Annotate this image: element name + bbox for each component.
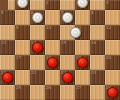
- square-number: 15: [61, 40, 66, 45]
- board-square[interactable]: [75, 40, 90, 55]
- square-number: 5: [1, 10, 4, 15]
- board-square[interactable]: 16: [90, 40, 105, 55]
- square-number: 8: [91, 10, 94, 15]
- board-square[interactable]: [0, 85, 15, 100]
- square-number: 24: [91, 70, 96, 75]
- board-square[interactable]: [75, 70, 90, 85]
- red-piece[interactable]: [77, 57, 88, 68]
- white-piece[interactable]: [32, 12, 43, 23]
- red-piece[interactable]: [47, 57, 58, 68]
- cropped-square-fragment: [0, 0, 8, 10]
- board-square[interactable]: [45, 10, 60, 25]
- board-square[interactable]: [15, 70, 30, 85]
- board-square[interactable]: [90, 0, 105, 10]
- board-square[interactable]: [45, 40, 60, 55]
- board-square[interactable]: 8: [90, 10, 105, 25]
- board-square[interactable]: 10: [45, 25, 60, 40]
- board-square[interactable]: 27: [75, 85, 90, 100]
- board-square[interactable]: [30, 85, 45, 100]
- checkers-game-view: 1234567891011121314151617181920212223242…: [0, 0, 120, 100]
- white-piece[interactable]: [70, 27, 81, 38]
- board-square[interactable]: [105, 10, 120, 25]
- board-square[interactable]: [0, 25, 15, 40]
- board-square[interactable]: [105, 40, 120, 55]
- board-square[interactable]: [15, 10, 30, 25]
- square-number: 4: [106, 0, 109, 5]
- square-number: 22: [31, 70, 36, 75]
- square-number: 12: [106, 25, 111, 30]
- square-number: 20: [106, 55, 111, 60]
- board-square[interactable]: [90, 55, 105, 70]
- square-number: 26: [46, 85, 51, 90]
- board-square[interactable]: [75, 10, 90, 25]
- board-square[interactable]: [105, 70, 120, 85]
- board-square[interactable]: [60, 85, 75, 100]
- board-square[interactable]: 13: [0, 40, 15, 55]
- board-square[interactable]: 20: [105, 55, 120, 70]
- board-square[interactable]: [0, 55, 15, 70]
- board-square[interactable]: 26: [45, 85, 60, 100]
- red-piece[interactable]: [107, 87, 118, 98]
- board-square[interactable]: [30, 0, 45, 10]
- board-square[interactable]: 12: [105, 25, 120, 40]
- square-number: 27: [76, 85, 81, 90]
- board-square[interactable]: [90, 85, 105, 100]
- square-number: 10: [46, 25, 51, 30]
- checkers-board: 1234567891011121314151617181920212223242…: [0, 0, 120, 100]
- board-square[interactable]: 5: [0, 10, 15, 25]
- board-square[interactable]: 4: [105, 0, 120, 10]
- square-number: 25: [16, 85, 21, 90]
- square-number: 16: [91, 40, 96, 45]
- board-square[interactable]: 2: [45, 0, 60, 10]
- square-number: 2: [46, 0, 49, 5]
- board-square[interactable]: [60, 55, 75, 70]
- board-square[interactable]: [30, 55, 45, 70]
- board-square[interactable]: [30, 25, 45, 40]
- white-piece[interactable]: [62, 12, 73, 23]
- square-number: 13: [1, 40, 6, 45]
- board-square[interactable]: 24: [90, 70, 105, 85]
- board-square[interactable]: 25: [15, 85, 30, 100]
- board-square[interactable]: [90, 25, 105, 40]
- board-square[interactable]: [15, 40, 30, 55]
- board-square[interactable]: [45, 70, 60, 85]
- board-square[interactable]: 17: [15, 55, 30, 70]
- board-square[interactable]: 22: [30, 70, 45, 85]
- red-piece[interactable]: [62, 72, 73, 83]
- board-square[interactable]: 15: [60, 40, 75, 55]
- board-square[interactable]: [60, 0, 75, 10]
- board-square[interactable]: 9: [15, 25, 30, 40]
- red-piece[interactable]: [32, 42, 43, 53]
- square-number: 9: [16, 25, 19, 30]
- square-number: 17: [16, 55, 21, 60]
- red-piece[interactable]: [2, 72, 13, 83]
